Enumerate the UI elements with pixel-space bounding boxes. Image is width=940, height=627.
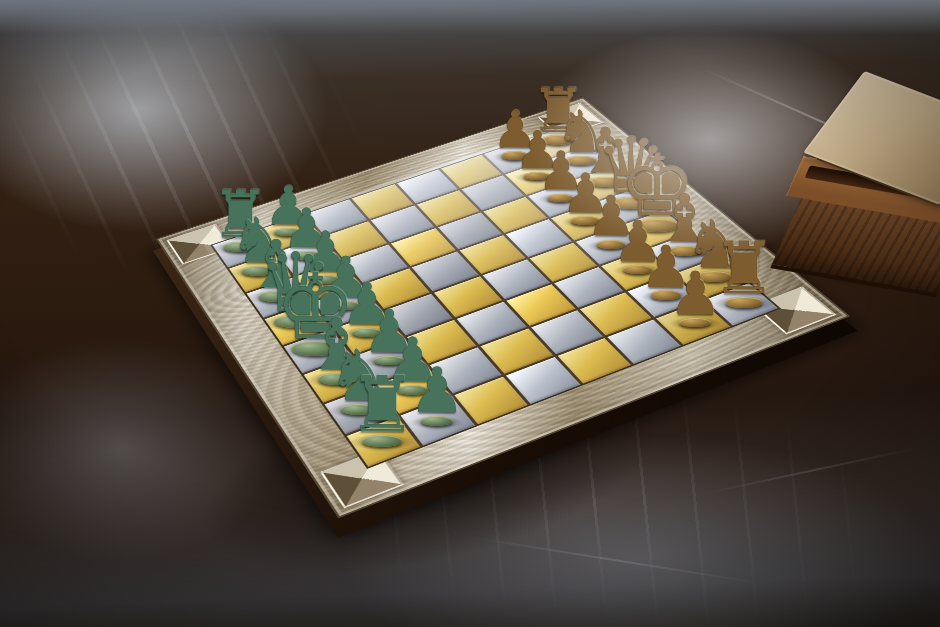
board-square-h3[interactable] — [454, 376, 528, 424]
board-square-f5[interactable] — [506, 284, 576, 326]
piece-glyph: ♜ — [348, 367, 417, 444]
board-square-g4[interactable] — [481, 329, 553, 374]
board-square-e4[interactable] — [434, 276, 502, 317]
board-square-g5[interactable] — [531, 310, 603, 354]
background-top-band — [0, 0, 940, 34]
piece-glyph: ♟ — [409, 360, 465, 423]
board-square-h4[interactable] — [506, 357, 580, 404]
board-square-f4[interactable] — [457, 302, 527, 345]
piece-glyph: ♟ — [669, 264, 722, 323]
board-square-h5[interactable] — [557, 338, 631, 384]
photo-scene: ♜♟♞♟♝♟♛♟♚♟♟♜♝♟♟♞♞♟♟♝♜♟♟♛♟♚♟♝♟♞♟♜ — [0, 0, 940, 627]
